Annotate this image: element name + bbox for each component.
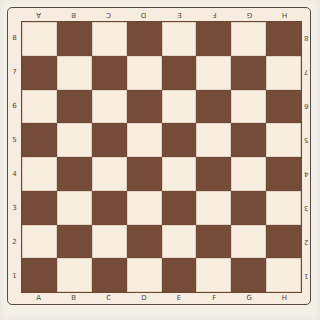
square-c4[interactable] — [92, 157, 127, 191]
coord-label-top-a: A — [21, 9, 56, 21]
square-b7[interactable] — [57, 56, 92, 90]
square-b8[interactable] — [57, 22, 92, 56]
square-a1[interactable] — [22, 258, 57, 292]
board-grid — [21, 21, 302, 293]
square-g5[interactable] — [231, 123, 266, 157]
coord-label-bottom-b: B — [56, 293, 91, 305]
square-a7[interactable] — [22, 56, 57, 90]
coord-label-bottom-h: H — [267, 293, 302, 305]
coord-label-left-4: 4 — [9, 157, 21, 191]
square-d7[interactable] — [127, 56, 162, 90]
square-d8[interactable] — [127, 22, 162, 56]
square-c7[interactable] — [92, 56, 127, 90]
square-c3[interactable] — [92, 191, 127, 225]
coord-label-right-7: 7 — [302, 55, 311, 89]
square-d1[interactable] — [127, 258, 162, 292]
square-e2[interactable] — [162, 225, 197, 259]
coord-label-right-8: 8 — [302, 21, 311, 55]
square-a5[interactable] — [22, 123, 57, 157]
coord-label-bottom-a: A — [21, 293, 56, 305]
square-e1[interactable] — [162, 258, 197, 292]
coord-label-right-3: 3 — [302, 191, 311, 225]
coord-label-top-d: D — [126, 9, 161, 21]
square-b3[interactable] — [57, 191, 92, 225]
square-h7[interactable] — [266, 56, 301, 90]
square-h6[interactable] — [266, 90, 301, 124]
square-c6[interactable] — [92, 90, 127, 124]
coord-label-bottom-e: E — [162, 293, 197, 305]
square-a3[interactable] — [22, 191, 57, 225]
coord-label-top-e: E — [162, 9, 197, 21]
coords-right: 87654321 — [302, 21, 311, 293]
square-e8[interactable] — [162, 22, 197, 56]
coords-bottom: ABCDEFGH — [21, 293, 302, 305]
square-c2[interactable] — [92, 225, 127, 259]
coord-label-left-5: 5 — [9, 123, 21, 157]
coord-label-top-f: F — [197, 9, 232, 21]
coord-label-right-6: 6 — [302, 89, 311, 123]
square-h4[interactable] — [266, 157, 301, 191]
square-b5[interactable] — [57, 123, 92, 157]
square-b2[interactable] — [57, 225, 92, 259]
coord-label-bottom-g: G — [232, 293, 267, 305]
square-a8[interactable] — [22, 22, 57, 56]
square-g1[interactable] — [231, 258, 266, 292]
coord-label-right-5: 5 — [302, 123, 311, 157]
square-c1[interactable] — [92, 258, 127, 292]
square-a4[interactable] — [22, 157, 57, 191]
square-f5[interactable] — [196, 123, 231, 157]
square-h5[interactable] — [266, 123, 301, 157]
coords-left: 87654321 — [9, 21, 21, 293]
square-e5[interactable] — [162, 123, 197, 157]
square-d4[interactable] — [127, 157, 162, 191]
square-h3[interactable] — [266, 191, 301, 225]
square-c5[interactable] — [92, 123, 127, 157]
coord-label-left-2: 2 — [9, 225, 21, 259]
coord-label-top-h: H — [267, 9, 302, 21]
square-g3[interactable] — [231, 191, 266, 225]
coord-label-bottom-f: F — [197, 293, 232, 305]
square-a6[interactable] — [22, 90, 57, 124]
coord-label-top-b: B — [56, 9, 91, 21]
square-e3[interactable] — [162, 191, 197, 225]
chessboard-photo: ABCDEFGH 87654321 87654321 ABCDEFGH — [0, 0, 320, 320]
coord-label-left-8: 8 — [9, 21, 21, 55]
coord-label-left-6: 6 — [9, 89, 21, 123]
square-g7[interactable] — [231, 56, 266, 90]
square-f4[interactable] — [196, 157, 231, 191]
coord-label-left-3: 3 — [9, 191, 21, 225]
square-e7[interactable] — [162, 56, 197, 90]
square-e6[interactable] — [162, 90, 197, 124]
square-g4[interactable] — [231, 157, 266, 191]
square-c8[interactable] — [92, 22, 127, 56]
coords-top: ABCDEFGH — [21, 9, 302, 21]
square-e4[interactable] — [162, 157, 197, 191]
coord-label-bottom-c: C — [91, 293, 126, 305]
coord-label-right-4: 4 — [302, 157, 311, 191]
square-f6[interactable] — [196, 90, 231, 124]
square-f7[interactable] — [196, 56, 231, 90]
square-b4[interactable] — [57, 157, 92, 191]
square-g6[interactable] — [231, 90, 266, 124]
square-d3[interactable] — [127, 191, 162, 225]
square-d6[interactable] — [127, 90, 162, 124]
square-d2[interactable] — [127, 225, 162, 259]
square-f2[interactable] — [196, 225, 231, 259]
square-g2[interactable] — [231, 225, 266, 259]
square-b6[interactable] — [57, 90, 92, 124]
square-g8[interactable] — [231, 22, 266, 56]
coord-label-right-1: 1 — [302, 259, 311, 293]
square-a2[interactable] — [22, 225, 57, 259]
square-h2[interactable] — [266, 225, 301, 259]
coord-label-top-c: C — [91, 9, 126, 21]
square-h8[interactable] — [266, 22, 301, 56]
square-f8[interactable] — [196, 22, 231, 56]
coord-label-left-1: 1 — [9, 259, 21, 293]
square-f3[interactable] — [196, 191, 231, 225]
square-d5[interactable] — [127, 123, 162, 157]
square-h1[interactable] — [266, 258, 301, 292]
square-f1[interactable] — [196, 258, 231, 292]
coord-label-top-g: G — [232, 9, 267, 21]
coord-label-right-2: 2 — [302, 225, 311, 259]
coord-label-bottom-d: D — [126, 293, 161, 305]
square-b1[interactable] — [57, 258, 92, 292]
coord-label-left-7: 7 — [9, 55, 21, 89]
